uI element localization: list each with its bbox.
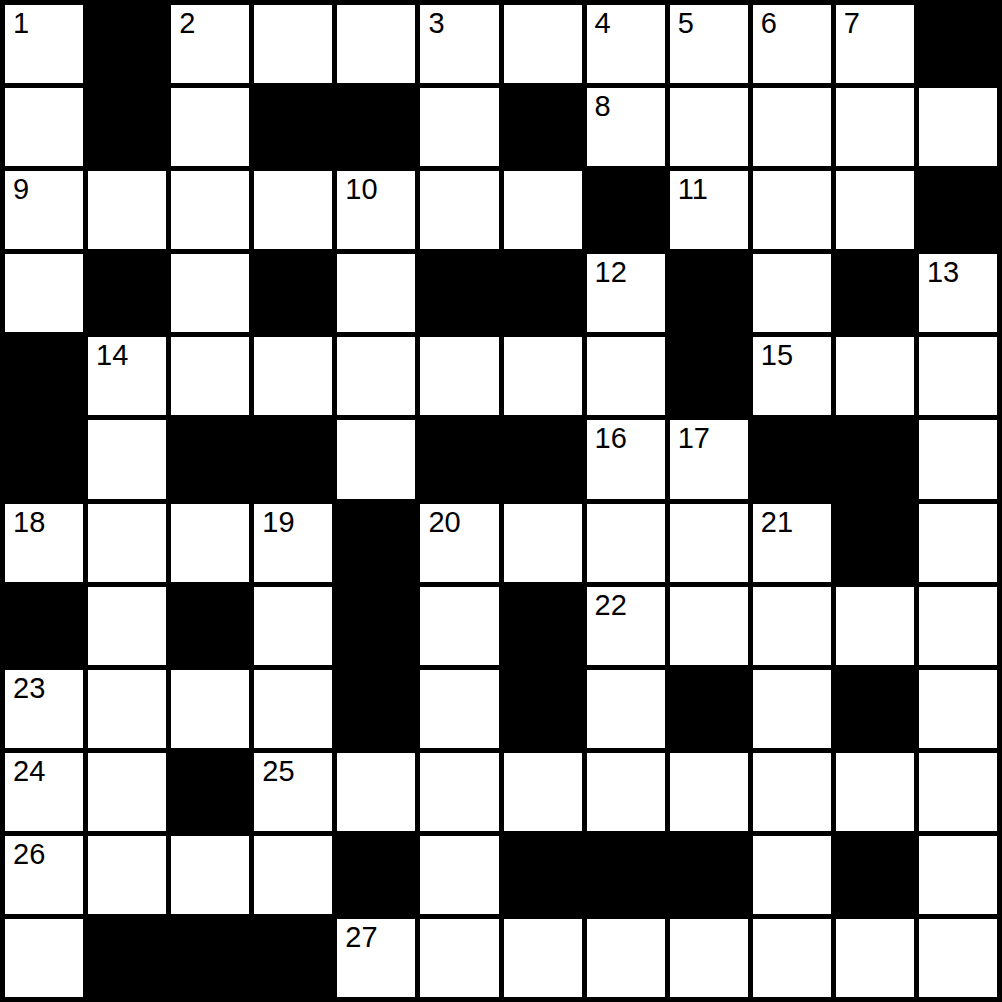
cell-r9c3[interactable]: 25 (254, 753, 332, 831)
cell-r4c11[interactable] (919, 337, 997, 415)
clue-number: 17 (678, 423, 710, 453)
clue-number: 4 (595, 8, 611, 38)
cell-r1c9[interactable] (753, 88, 831, 166)
cell-r0c4[interactable] (337, 5, 415, 83)
cell-r9c9[interactable] (753, 753, 831, 831)
cell-r0c5[interactable]: 3 (420, 5, 498, 83)
cell-r7c10[interactable] (836, 587, 914, 665)
black-cell-r5c6 (504, 420, 582, 498)
black-cell-r1c3 (254, 88, 332, 166)
cell-r4c3[interactable] (254, 337, 332, 415)
cell-r9c8[interactable] (670, 753, 748, 831)
cell-r4c6[interactable] (504, 337, 582, 415)
cell-r3c11[interactable]: 13 (919, 254, 997, 332)
cell-r11c4[interactable]: 27 (337, 919, 415, 997)
clue-number: 21 (761, 507, 793, 537)
cell-r1c11[interactable] (919, 88, 997, 166)
cell-r0c8[interactable]: 5 (670, 5, 748, 83)
black-cell-r8c4 (337, 670, 415, 748)
cell-r9c7[interactable] (587, 753, 665, 831)
black-cell-r3c1 (88, 254, 166, 332)
black-cell-r9c2 (171, 753, 249, 831)
cell-r8c11[interactable] (919, 670, 997, 748)
clue-number: 2 (179, 8, 195, 38)
clue-number: 3 (428, 8, 444, 38)
black-cell-r7c0 (5, 587, 83, 665)
cell-r9c5[interactable] (420, 753, 498, 831)
black-cell-r3c8 (670, 254, 748, 332)
cell-r4c10[interactable] (836, 337, 914, 415)
cell-r10c0[interactable]: 26 (5, 836, 83, 914)
black-cell-r4c8 (670, 337, 748, 415)
cell-r8c5[interactable] (420, 670, 498, 748)
clue-number: 5 (678, 8, 694, 38)
cell-r9c10[interactable] (836, 753, 914, 831)
cell-r10c5[interactable] (420, 836, 498, 914)
clue-number: 18 (13, 507, 45, 537)
black-cell-r3c6 (504, 254, 582, 332)
cell-r4c2[interactable] (171, 337, 249, 415)
cell-r9c4[interactable] (337, 753, 415, 831)
black-cell-r10c10 (836, 836, 914, 914)
cell-r4c1[interactable]: 14 (88, 337, 166, 415)
cell-r6c11[interactable] (919, 504, 997, 582)
clue-number: 7 (844, 8, 860, 38)
black-cell-r5c9 (753, 420, 831, 498)
cell-r6c6[interactable] (504, 504, 582, 582)
cell-r7c7[interactable]: 22 (587, 587, 665, 665)
black-cell-r6c10 (836, 504, 914, 582)
cell-r11c0[interactable] (5, 919, 83, 997)
black-cell-r5c0 (5, 420, 83, 498)
clue-number: 22 (595, 590, 627, 620)
cell-r5c8[interactable]: 17 (670, 420, 748, 498)
cell-r10c1[interactable] (88, 836, 166, 914)
black-cell-r3c5 (420, 254, 498, 332)
cell-r1c5[interactable] (420, 88, 498, 166)
black-cell-r7c2 (171, 587, 249, 665)
cell-r8c9[interactable] (753, 670, 831, 748)
cell-r8c3[interactable] (254, 670, 332, 748)
cell-r3c4[interactable] (337, 254, 415, 332)
clue-number: 1 (13, 8, 29, 38)
clue-number: 12 (595, 257, 627, 287)
cell-r11c11[interactable] (919, 919, 997, 997)
crossword-board: 1234567891011121314151617181920212223242… (0, 0, 1002, 1002)
cell-r5c1[interactable] (88, 420, 166, 498)
cell-r2c2[interactable] (171, 171, 249, 249)
cell-r1c8[interactable] (670, 88, 748, 166)
black-cell-r8c8 (670, 670, 748, 748)
clue-number: 19 (262, 507, 294, 537)
clue-number: 10 (345, 174, 377, 204)
cell-r4c9[interactable]: 15 (753, 337, 831, 415)
cell-r3c9[interactable] (753, 254, 831, 332)
black-cell-r0c11 (919, 5, 997, 83)
cell-r5c4[interactable] (337, 420, 415, 498)
black-cell-r11c2 (171, 919, 249, 997)
cell-r6c8[interactable] (670, 504, 748, 582)
cell-r6c0[interactable]: 18 (5, 504, 83, 582)
cell-r2c6[interactable] (504, 171, 582, 249)
clue-number: 6 (761, 8, 777, 38)
cell-r9c1[interactable] (88, 753, 166, 831)
clue-number: 24 (13, 756, 45, 786)
clue-number: 20 (428, 507, 460, 537)
cell-r10c3[interactable] (254, 836, 332, 914)
cell-r3c7[interactable]: 12 (587, 254, 665, 332)
black-cell-r11c3 (254, 919, 332, 997)
cell-r11c6[interactable] (504, 919, 582, 997)
cell-r2c0[interactable]: 9 (5, 171, 83, 249)
clue-number: 15 (761, 340, 793, 370)
cell-r9c6[interactable] (504, 753, 582, 831)
clue-number: 9 (13, 174, 29, 204)
cell-r1c2[interactable] (171, 88, 249, 166)
cell-r7c1[interactable] (88, 587, 166, 665)
cell-r7c9[interactable] (753, 587, 831, 665)
black-cell-r1c4 (337, 88, 415, 166)
cell-r0c3[interactable] (254, 5, 332, 83)
cell-r4c7[interactable] (587, 337, 665, 415)
cell-r10c2[interactable] (171, 836, 249, 914)
cell-r11c5[interactable] (420, 919, 498, 997)
cell-r2c3[interactable] (254, 171, 332, 249)
black-cell-r11c1 (88, 919, 166, 997)
clue-number: 8 (595, 91, 611, 121)
black-cell-r2c11 (919, 171, 997, 249)
black-cell-r5c5 (420, 420, 498, 498)
black-cell-r8c6 (504, 670, 582, 748)
black-cell-r5c2 (171, 420, 249, 498)
black-cell-r0c1 (88, 5, 166, 83)
cell-r11c9[interactable] (753, 919, 831, 997)
clue-number: 23 (13, 673, 45, 703)
cell-r2c1[interactable] (88, 171, 166, 249)
clue-number: 26 (13, 839, 45, 869)
black-cell-r6c4 (337, 504, 415, 582)
cell-r4c5[interactable] (420, 337, 498, 415)
cell-r0c2[interactable]: 2 (171, 5, 249, 83)
cell-r0c0[interactable]: 1 (5, 5, 83, 83)
clue-number: 13 (927, 257, 959, 287)
cell-r6c1[interactable] (88, 504, 166, 582)
black-cell-r5c10 (836, 420, 914, 498)
clue-number: 16 (595, 423, 627, 453)
cell-r10c11[interactable] (919, 836, 997, 914)
cell-r6c2[interactable] (171, 504, 249, 582)
cell-r6c7[interactable] (587, 504, 665, 582)
cell-r8c0[interactable]: 23 (5, 670, 83, 748)
black-cell-r2c7 (587, 171, 665, 249)
cell-r2c4[interactable]: 10 (337, 171, 415, 249)
black-cell-r1c1 (88, 88, 166, 166)
black-cell-r8c10 (836, 670, 914, 748)
cell-r6c3[interactable]: 19 (254, 504, 332, 582)
cell-r8c1[interactable] (88, 670, 166, 748)
black-cell-r3c10 (836, 254, 914, 332)
black-cell-r10c6 (504, 836, 582, 914)
cell-r9c0[interactable]: 24 (5, 753, 83, 831)
cell-r7c3[interactable] (254, 587, 332, 665)
cell-r11c8[interactable] (670, 919, 748, 997)
black-cell-r4c0 (5, 337, 83, 415)
cell-r9c11[interactable] (919, 753, 997, 831)
cell-r11c10[interactable] (836, 919, 914, 997)
cell-r0c9[interactable]: 6 (753, 5, 831, 83)
clue-number: 11 (678, 174, 708, 204)
cell-r8c7[interactable] (587, 670, 665, 748)
cell-r7c5[interactable] (420, 587, 498, 665)
cell-r5c7[interactable]: 16 (587, 420, 665, 498)
cell-r0c10[interactable]: 7 (836, 5, 914, 83)
black-cell-r10c4 (337, 836, 415, 914)
cell-r2c10[interactable] (836, 171, 914, 249)
black-cell-r3c3 (254, 254, 332, 332)
cell-r5c11[interactable] (919, 420, 997, 498)
cell-r8c2[interactable] (171, 670, 249, 748)
cell-r10c9[interactable] (753, 836, 831, 914)
cell-r0c6[interactable] (504, 5, 582, 83)
cell-r3c2[interactable] (171, 254, 249, 332)
cell-r2c5[interactable] (420, 171, 498, 249)
black-cell-r1c6 (504, 88, 582, 166)
black-cell-r7c4 (337, 587, 415, 665)
clue-number: 25 (262, 756, 294, 786)
cell-r1c7[interactable]: 8 (587, 88, 665, 166)
cell-r7c8[interactable] (670, 587, 748, 665)
cell-r7c11[interactable] (919, 587, 997, 665)
black-cell-r10c7 (587, 836, 665, 914)
black-cell-r5c3 (254, 420, 332, 498)
black-cell-r7c6 (504, 587, 582, 665)
cell-r6c5[interactable]: 20 (420, 504, 498, 582)
cell-r11c7[interactable] (587, 919, 665, 997)
cell-r2c8[interactable]: 11 (670, 171, 748, 249)
cell-r1c0[interactable] (5, 88, 83, 166)
cell-r4c4[interactable] (337, 337, 415, 415)
black-cell-r10c8 (670, 836, 748, 914)
clue-number: 27 (345, 922, 377, 952)
cell-r6c9[interactable]: 21 (753, 504, 831, 582)
clue-number: 14 (96, 340, 128, 370)
cell-r3c0[interactable] (5, 254, 83, 332)
cell-r1c10[interactable] (836, 88, 914, 166)
cell-r2c9[interactable] (753, 171, 831, 249)
cell-r0c7[interactable]: 4 (587, 5, 665, 83)
